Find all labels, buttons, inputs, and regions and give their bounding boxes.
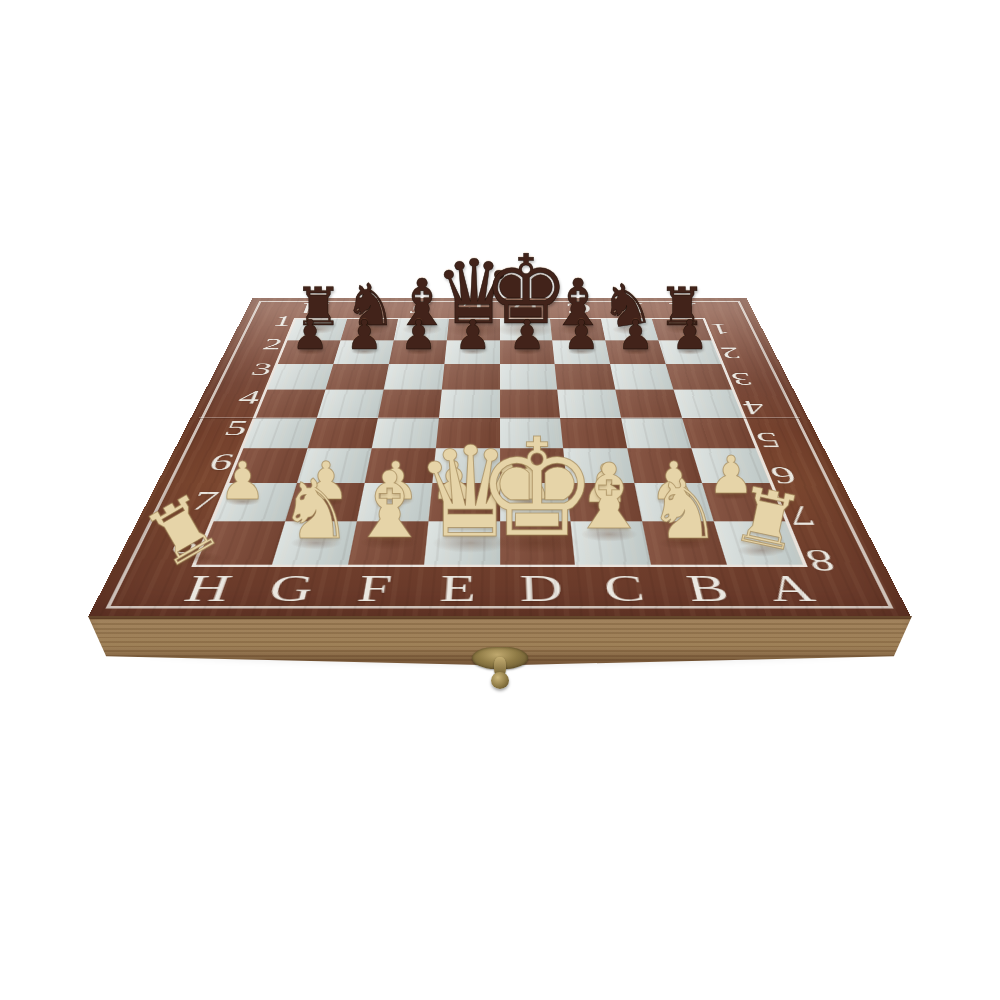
coord-label: 8 bbox=[794, 529, 840, 576]
square-c8 bbox=[571, 522, 651, 565]
coord-label: C bbox=[551, 301, 606, 316]
coord-label: B bbox=[603, 301, 660, 316]
square-g4 bbox=[317, 389, 384, 417]
coord-label: 4 bbox=[231, 388, 264, 418]
square-d5 bbox=[500, 418, 564, 449]
coord-label: 8 bbox=[159, 529, 205, 576]
square-e3 bbox=[441, 364, 499, 390]
square-f4 bbox=[378, 389, 442, 417]
square-f1 bbox=[393, 319, 448, 340]
square-g6 bbox=[297, 449, 372, 484]
product-photo: HGFEDCBA HGFEDCBA 12345678 12345678 ♜♞♝♛… bbox=[0, 0, 1000, 1000]
coord-label: 6 bbox=[199, 451, 238, 488]
coord-label: 2 bbox=[256, 336, 285, 360]
square-c5 bbox=[560, 418, 627, 449]
square-e4 bbox=[439, 389, 500, 417]
coord-label: 5 bbox=[216, 418, 252, 451]
square-e8 bbox=[423, 522, 499, 565]
coord-label: B bbox=[662, 571, 755, 608]
square-f2 bbox=[389, 340, 447, 363]
square-f7 bbox=[356, 483, 432, 522]
square-f6 bbox=[364, 449, 435, 484]
square-d3 bbox=[500, 364, 558, 390]
square-b1 bbox=[601, 319, 658, 340]
square-e1 bbox=[446, 319, 499, 340]
square-g1 bbox=[340, 319, 397, 340]
square-e6 bbox=[432, 449, 500, 484]
square-c4 bbox=[558, 389, 622, 417]
square-b2 bbox=[606, 340, 666, 363]
square-g5 bbox=[307, 418, 377, 449]
coord-label: 1 bbox=[704, 314, 731, 336]
square-f3 bbox=[383, 364, 444, 390]
coord-label: G bbox=[339, 301, 396, 316]
square-g7 bbox=[285, 483, 364, 522]
coord-label: E bbox=[414, 571, 499, 608]
brass-clasp bbox=[471, 645, 529, 691]
clasp-knob bbox=[491, 672, 509, 689]
square-e2 bbox=[444, 340, 499, 363]
square-e7 bbox=[428, 483, 500, 522]
square-b5 bbox=[621, 418, 691, 449]
square-d8 bbox=[500, 522, 576, 565]
chess-board: HGFEDCBA HGFEDCBA 12345678 12345678 bbox=[88, 298, 911, 617]
coord-label: 3 bbox=[724, 361, 755, 388]
coord-label: 7 bbox=[777, 488, 819, 530]
coord-label: G bbox=[244, 571, 337, 608]
square-f5 bbox=[371, 418, 438, 449]
coord-label: D bbox=[500, 571, 585, 608]
square-b6 bbox=[628, 449, 703, 484]
coord-label: 2 bbox=[714, 336, 743, 360]
file-labels-far: HGFEDCBA bbox=[284, 299, 714, 317]
coord-label: 7 bbox=[180, 488, 222, 530]
coord-label: C bbox=[581, 571, 670, 608]
coord-label: 3 bbox=[244, 361, 275, 388]
coord-label: 4 bbox=[735, 388, 768, 418]
square-c3 bbox=[555, 364, 616, 390]
square-e5 bbox=[435, 418, 499, 449]
coord-label: F bbox=[392, 301, 447, 316]
square-f8 bbox=[347, 522, 427, 565]
square-d7 bbox=[500, 483, 572, 522]
square-c6 bbox=[564, 449, 635, 484]
square-c7 bbox=[567, 483, 643, 522]
coord-label: 5 bbox=[748, 418, 784, 451]
square-g8 bbox=[271, 522, 356, 565]
square-d6 bbox=[500, 449, 568, 484]
square-d1 bbox=[500, 319, 553, 340]
coord-label: D bbox=[500, 301, 554, 316]
square-b7 bbox=[635, 483, 714, 522]
coord-label: H bbox=[159, 571, 256, 608]
file-labels-near: HGFEDCBA bbox=[157, 567, 842, 612]
coord-label: F bbox=[329, 571, 418, 608]
square-d4 bbox=[500, 389, 561, 417]
square-g3 bbox=[325, 364, 388, 390]
square-c1 bbox=[550, 319, 605, 340]
square-g2 bbox=[333, 340, 393, 363]
square-b8 bbox=[643, 522, 728, 565]
square-c2 bbox=[553, 340, 611, 363]
coord-label: E bbox=[446, 301, 500, 316]
square-d2 bbox=[500, 340, 555, 363]
square-b4 bbox=[616, 389, 683, 417]
coord-label: 1 bbox=[267, 314, 294, 336]
square-b3 bbox=[610, 364, 673, 390]
coord-label: 6 bbox=[761, 451, 800, 488]
